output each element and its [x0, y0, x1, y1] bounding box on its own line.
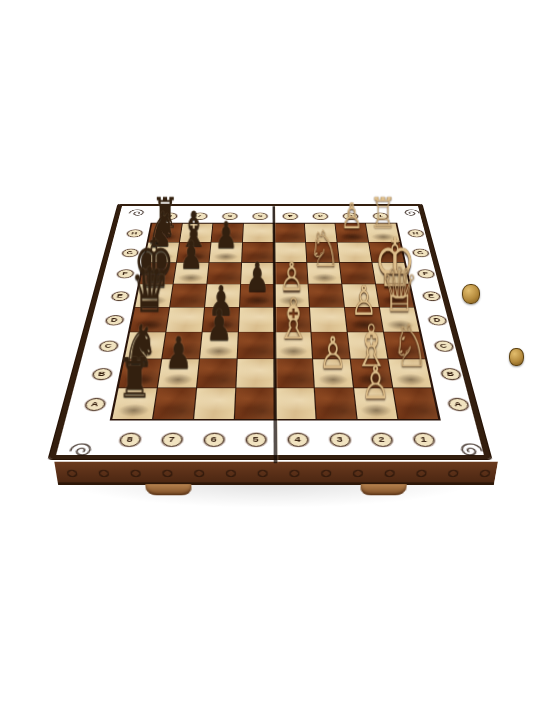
square-c4[interactable]: ♗ — [275, 332, 312, 358]
top-rank-label: 6 — [222, 213, 237, 220]
square-a7[interactable] — [153, 388, 196, 419]
brass-latch[interactable] — [509, 348, 524, 366]
box-front-frieze — [54, 462, 498, 485]
square-a3[interactable] — [315, 388, 357, 419]
square-b4[interactable] — [275, 359, 313, 387]
top-rank-label: 8 — [161, 213, 177, 220]
top-rank-label: 1 — [372, 213, 388, 220]
square-a8[interactable]: ♜ — [112, 388, 156, 419]
square-e3[interactable] — [309, 284, 344, 307]
black-pawn[interactable]: ♟ — [214, 216, 237, 253]
square-a4[interactable] — [276, 388, 316, 419]
top-rank-label: 2 — [342, 213, 358, 220]
bottom-rank-label: 7 — [161, 433, 183, 447]
bottom-rank-label: 2 — [370, 433, 392, 447]
right-file-label: E — [422, 291, 441, 300]
bottom-rank-label: 4 — [287, 433, 308, 447]
white-knight[interactable]: ♘ — [308, 224, 339, 274]
black-pawn[interactable]: ♟ — [179, 236, 203, 274]
square-c5[interactable] — [238, 332, 275, 358]
square-b3[interactable]: ♙ — [313, 359, 353, 387]
spiral-ornament-icon — [402, 209, 423, 218]
square-d5[interactable] — [239, 307, 274, 331]
black-pawn[interactable]: ♟ — [165, 330, 193, 374]
square-a5[interactable] — [235, 388, 275, 419]
bottom-rank-label: 1 — [412, 433, 435, 447]
square-f3[interactable]: ♘ — [307, 263, 341, 284]
board-foot — [360, 484, 407, 495]
spiral-ornament-icon — [456, 442, 487, 460]
white-pawn[interactable]: ♙ — [319, 330, 347, 374]
square-a6[interactable] — [194, 388, 235, 419]
right-file-label: B — [440, 368, 462, 379]
square-h2[interactable]: ♙ — [335, 224, 368, 242]
right-file-label: F — [416, 269, 434, 278]
top-rank-label: 3 — [312, 213, 327, 220]
chessboard-scene: ♜♙♖♞♝♟♟♘♚♟♙♔♛♟♙♕♟♗♞♟♙♗♘♜♙ 88HH77GG66FF55… — [90, 88, 450, 528]
square-e5[interactable]: ♟ — [240, 284, 274, 307]
top-rank-label: 7 — [192, 213, 208, 220]
black-pawn[interactable]: ♟ — [245, 257, 270, 297]
chessboard-box: ♜♙♖♞♝♟♟♘♚♟♙♔♛♟♙♕♟♗♞♟♙♗♘♜♙ 88HH77GG66FF55… — [49, 204, 491, 459]
square-e7[interactable] — [170, 284, 206, 307]
square-a1[interactable] — [393, 388, 438, 419]
left-file-label: A — [83, 398, 105, 410]
square-a2[interactable]: ♙ — [354, 388, 397, 419]
square-b6[interactable] — [197, 359, 236, 387]
right-file-label: C — [433, 341, 454, 352]
square-b5[interactable] — [236, 359, 274, 387]
square-b7[interactable]: ♟ — [158, 359, 199, 387]
white-knight[interactable]: ♘ — [392, 316, 429, 374]
square-g6[interactable]: ♟ — [210, 243, 243, 263]
white-bishop[interactable]: ♗ — [276, 291, 311, 347]
square-h4[interactable] — [274, 224, 305, 242]
black-pawn[interactable]: ♟ — [206, 304, 233, 347]
bottom-rank-label: 8 — [118, 433, 141, 447]
bottom-rank-label: 3 — [329, 433, 351, 447]
right-file-label: D — [427, 315, 447, 325]
left-file-label: C — [98, 341, 118, 352]
board-foot — [145, 484, 192, 495]
white-pawn[interactable]: ♙ — [361, 359, 390, 405]
bottom-rank-label: 6 — [203, 433, 224, 447]
square-b1[interactable]: ♘ — [389, 359, 432, 387]
product-photo: ♜♙♖♞♝♟♟♘♚♟♙♔♛♟♙♕♟♗♞♟♙♗♘♜♙ 88HH77GG66FF55… — [0, 0, 540, 720]
square-c6[interactable]: ♟ — [200, 332, 238, 358]
left-file-label: B — [91, 368, 112, 379]
left-file-label: E — [110, 291, 129, 300]
square-g2[interactable] — [338, 243, 372, 263]
bottom-rank-label: 5 — [245, 433, 266, 447]
right-file-label: A — [447, 398, 470, 410]
spiral-ornament-icon — [65, 442, 96, 460]
top-rank-label: 5 — [252, 213, 267, 220]
black-rook[interactable]: ♜ — [118, 350, 152, 405]
brass-latch[interactable] — [462, 284, 480, 304]
square-f7[interactable]: ♟ — [174, 263, 209, 284]
top-rank-label: 4 — [282, 213, 297, 220]
spiral-ornament-icon — [126, 209, 147, 218]
square-h5[interactable] — [243, 224, 274, 242]
